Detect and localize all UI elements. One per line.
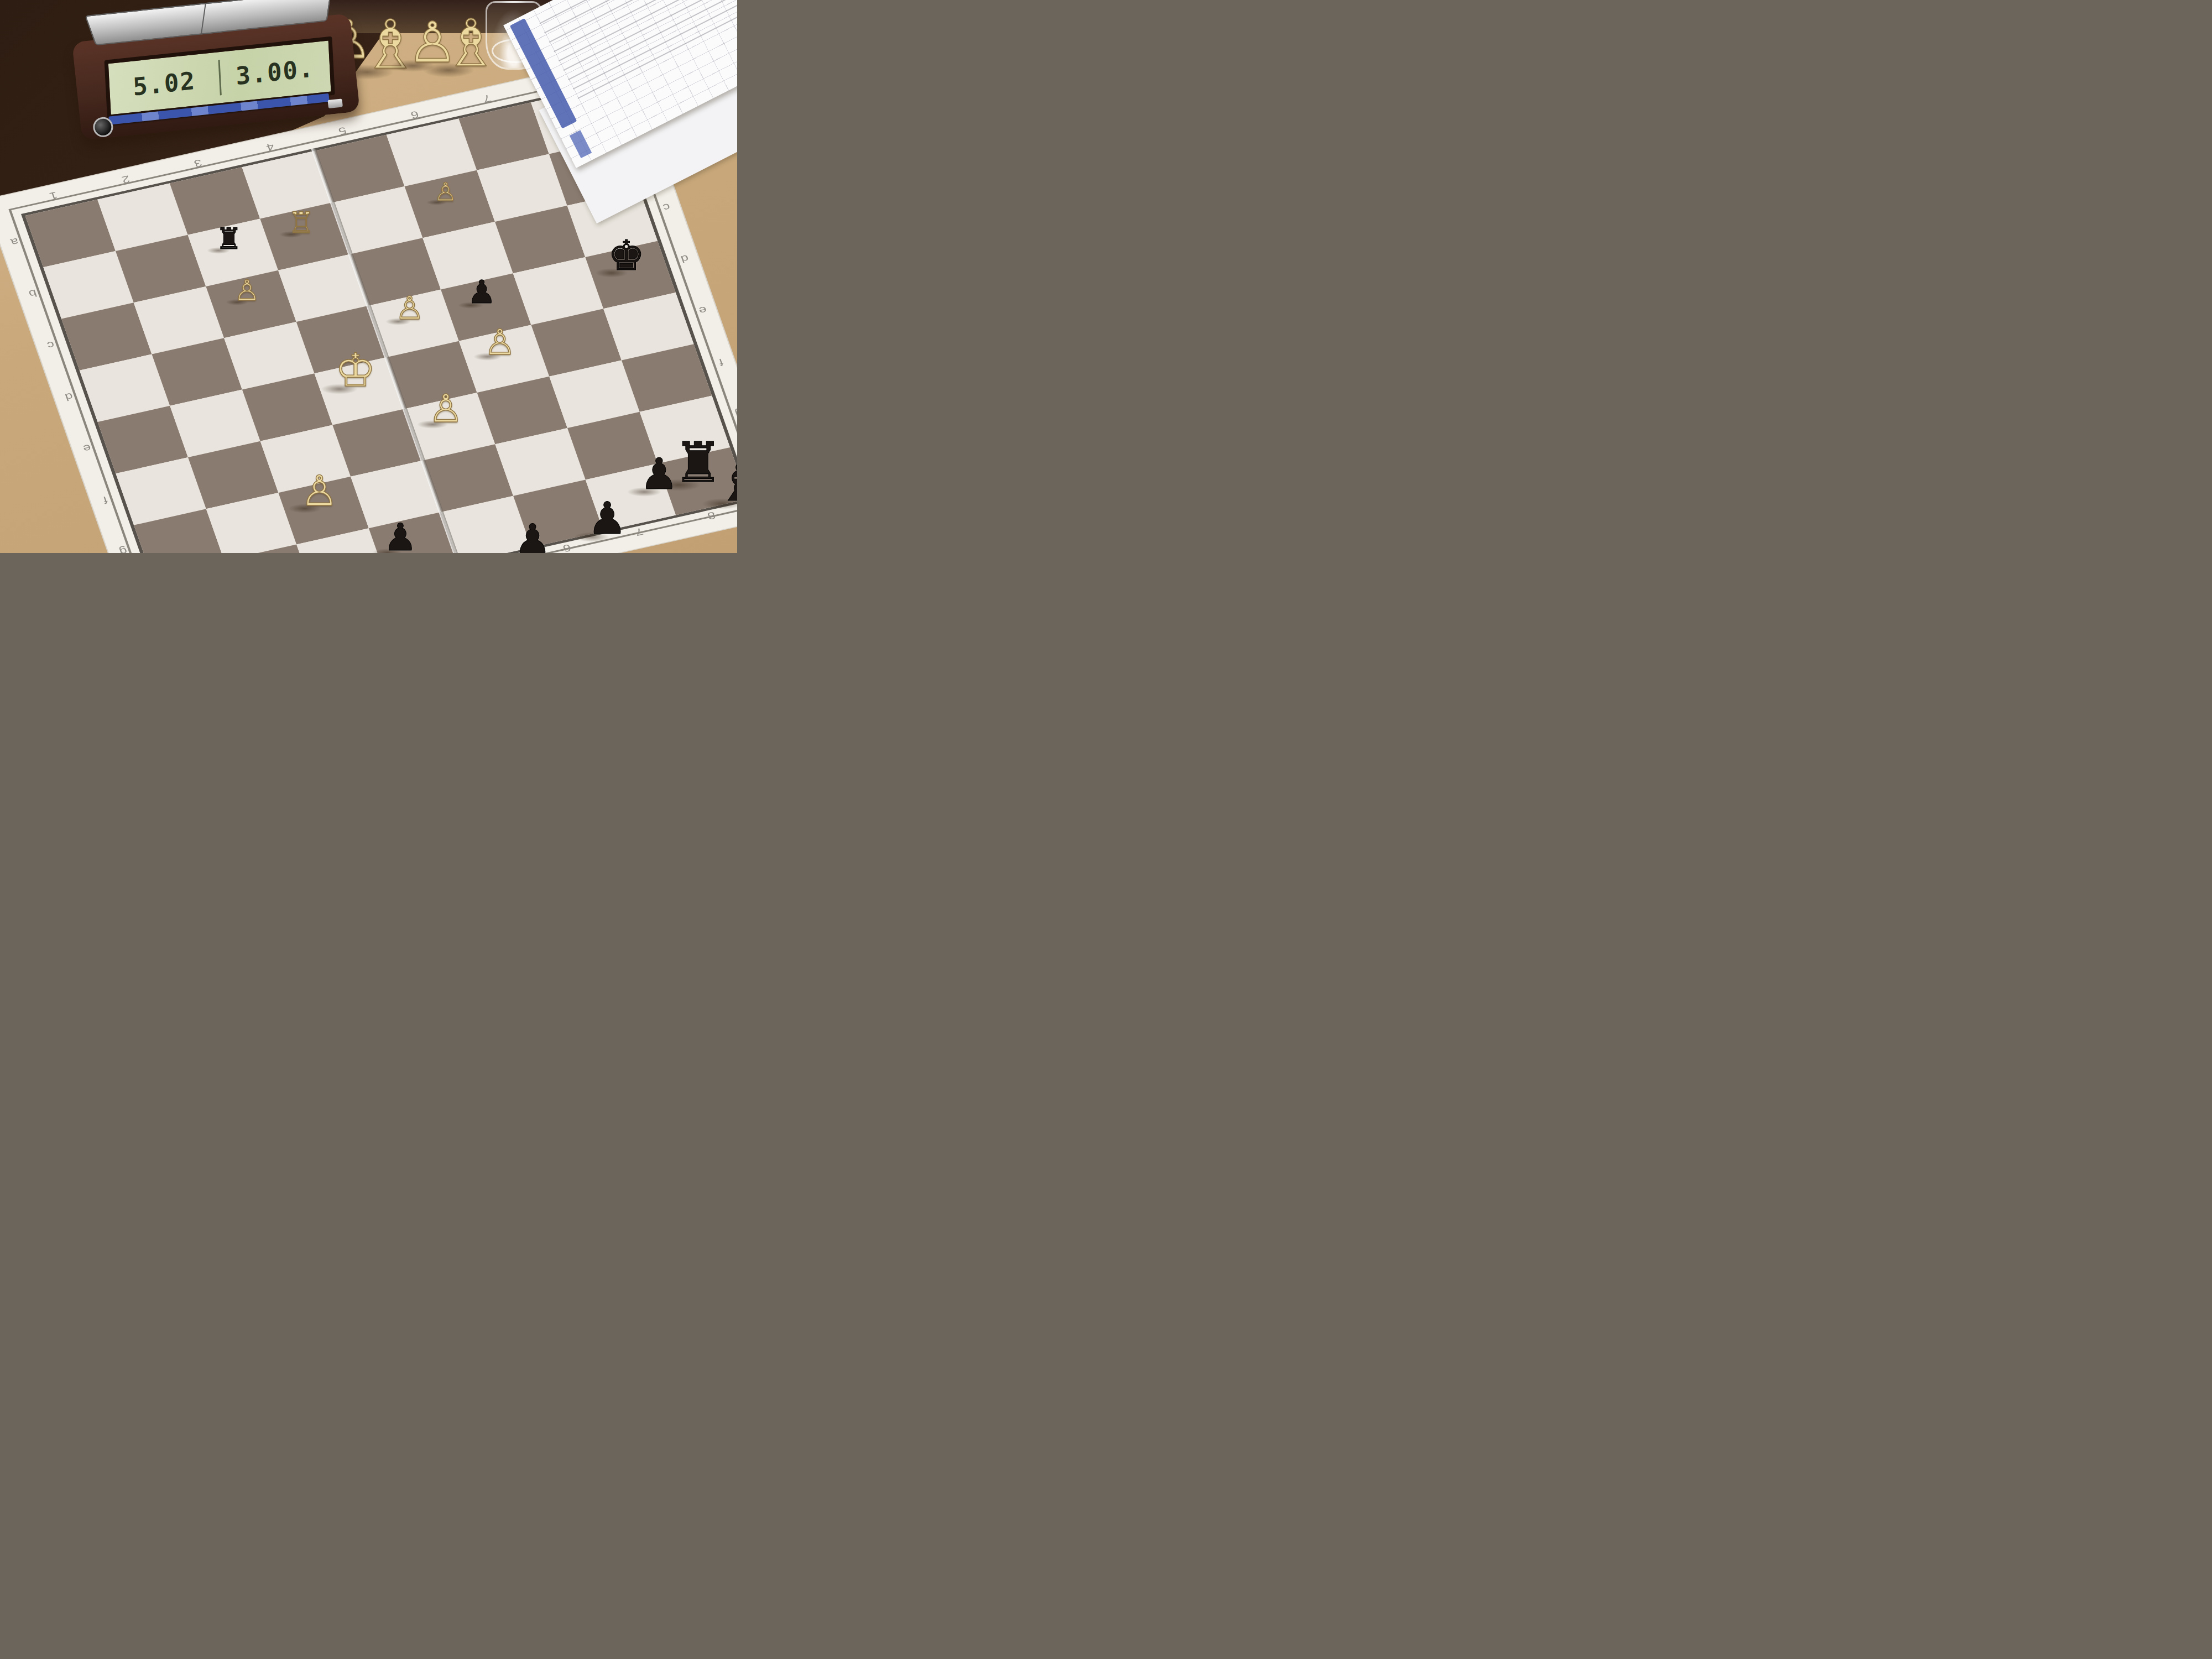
captured-black-pawn[interactable]: ♟ [382,518,419,553]
piece-white-pawn-d5[interactable]: ♙ [394,292,426,324]
piece-black-king-d8[interactable]: ♚ [606,235,647,276]
piece-white-pawn-b6[interactable]: ♙ [433,179,458,205]
piece-white-pawn-g3[interactable]: ♙ [299,470,341,512]
clock-right-time: 3.00. [220,52,330,92]
file-label-left: g [85,538,161,553]
clock-lid-right [201,0,332,34]
captured-black-pawn[interactable]: ♟ [638,452,681,495]
piece-white-rook-b4[interactable]: ♖ [286,208,316,237]
piece-black-rook-b3[interactable]: ♜ [214,224,243,253]
piece-white-king-e4[interactable]: ♔ [332,347,378,393]
captured-black-bishop[interactable]: ♝ [714,457,737,508]
scene: 1122334455667788aabbccddeeffgghh ♜♖♙♙♙♟♚… [0,0,737,553]
clock-logo-tag [328,98,343,108]
scoresheet-band-2 [570,130,592,158]
piece-white-pawn-e6[interactable]: ♙ [482,325,518,360]
clock-left-time: 5.02 [109,64,220,103]
piece-black-pawn-d6[interactable]: ♟ [466,276,498,308]
captured-black-pawn[interactable]: ♟ [512,519,554,553]
piece-white-pawn-c3[interactable]: ♙ [233,276,262,305]
scoresheet-handwriting [536,0,737,103]
captured-black-pawn[interactable]: ♟ [585,497,629,541]
chess-clock: 5.02 3.00. [72,13,360,140]
piece-white-pawn-f5[interactable]: ♙ [426,389,465,428]
